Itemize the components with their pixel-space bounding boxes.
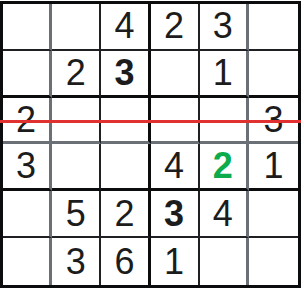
cell-r4c6[interactable]: 1 [249,144,298,191]
cell-r6c1[interactable] [3,238,52,285]
cell-r5c6[interactable] [249,191,298,238]
cell-r1c2[interactable] [52,4,101,51]
cell-r6c2[interactable]: 3 [52,238,101,285]
cell-r1c5[interactable]: 3 [200,4,249,51]
cell-r2c3[interactable]: 3 [101,51,150,98]
cell-r3c4[interactable] [151,98,200,145]
cell-r3c5[interactable] [200,98,249,145]
digit-r4c6: 1 [263,148,283,184]
cell-r6c3[interactable]: 6 [101,238,150,285]
digit-r3c1: 2 [16,102,36,138]
digit-r1c4: 2 [164,8,184,44]
cell-r6c6[interactable] [249,238,298,285]
cell-r4c1[interactable]: 3 [3,144,52,191]
cell-r1c3[interactable]: 4 [101,4,150,51]
digit-r1c5: 3 [213,8,233,44]
digit-r5c4: 3 [164,196,184,232]
cell-r6c5[interactable] [200,238,249,285]
cell-r3c1[interactable]: 2 [3,98,52,145]
cell-r5c2[interactable]: 5 [52,191,101,238]
sudoku-board: 4232312334215234361 [0,1,301,288]
cell-r2c5[interactable]: 1 [200,51,249,98]
cell-r2c2[interactable]: 2 [52,51,101,98]
digit-r2c3: 3 [114,55,134,91]
cell-r1c4[interactable]: 2 [151,4,200,51]
cell-r2c6[interactable] [249,51,298,98]
cell-r5c3[interactable]: 2 [101,191,150,238]
cell-r1c1[interactable] [3,4,52,51]
cell-r4c2[interactable] [52,144,101,191]
cell-r1c6[interactable] [249,4,298,51]
cell-r6c4[interactable]: 1 [151,238,200,285]
digit-r2c5: 1 [213,55,233,91]
cell-r4c5[interactable]: 2 [200,144,249,191]
digit-r5c2: 5 [66,196,86,232]
cell-r5c4[interactable]: 3 [151,191,200,238]
digit-r1c3: 4 [114,8,134,44]
digit-r6c2: 3 [66,244,86,280]
sudoku-grid: 4232312334215234361 [3,4,298,285]
digit-r2c2: 2 [66,55,86,91]
digit-r6c3: 6 [114,244,134,280]
cell-r3c6[interactable]: 3 [249,98,298,145]
cell-r2c4[interactable] [151,51,200,98]
cell-r3c2[interactable] [52,98,101,145]
sudoku-app: 4232312334215234361 [0,0,304,290]
digit-r5c3: 2 [114,196,134,232]
digit-r3c6: 3 [263,102,283,138]
digit-r6c4: 1 [164,244,184,280]
cell-r5c5[interactable]: 4 [200,191,249,238]
digit-r4c4: 4 [164,148,184,184]
cell-r2c1[interactable] [3,51,52,98]
digit-r4c5: 2 [213,148,233,184]
cell-r4c4[interactable]: 4 [151,144,200,191]
cell-r3c3[interactable] [101,98,150,145]
cell-r4c3[interactable] [101,144,150,191]
cell-r5c1[interactable] [3,191,52,238]
digit-r5c5: 4 [213,196,233,232]
digit-r4c1: 3 [16,148,36,184]
